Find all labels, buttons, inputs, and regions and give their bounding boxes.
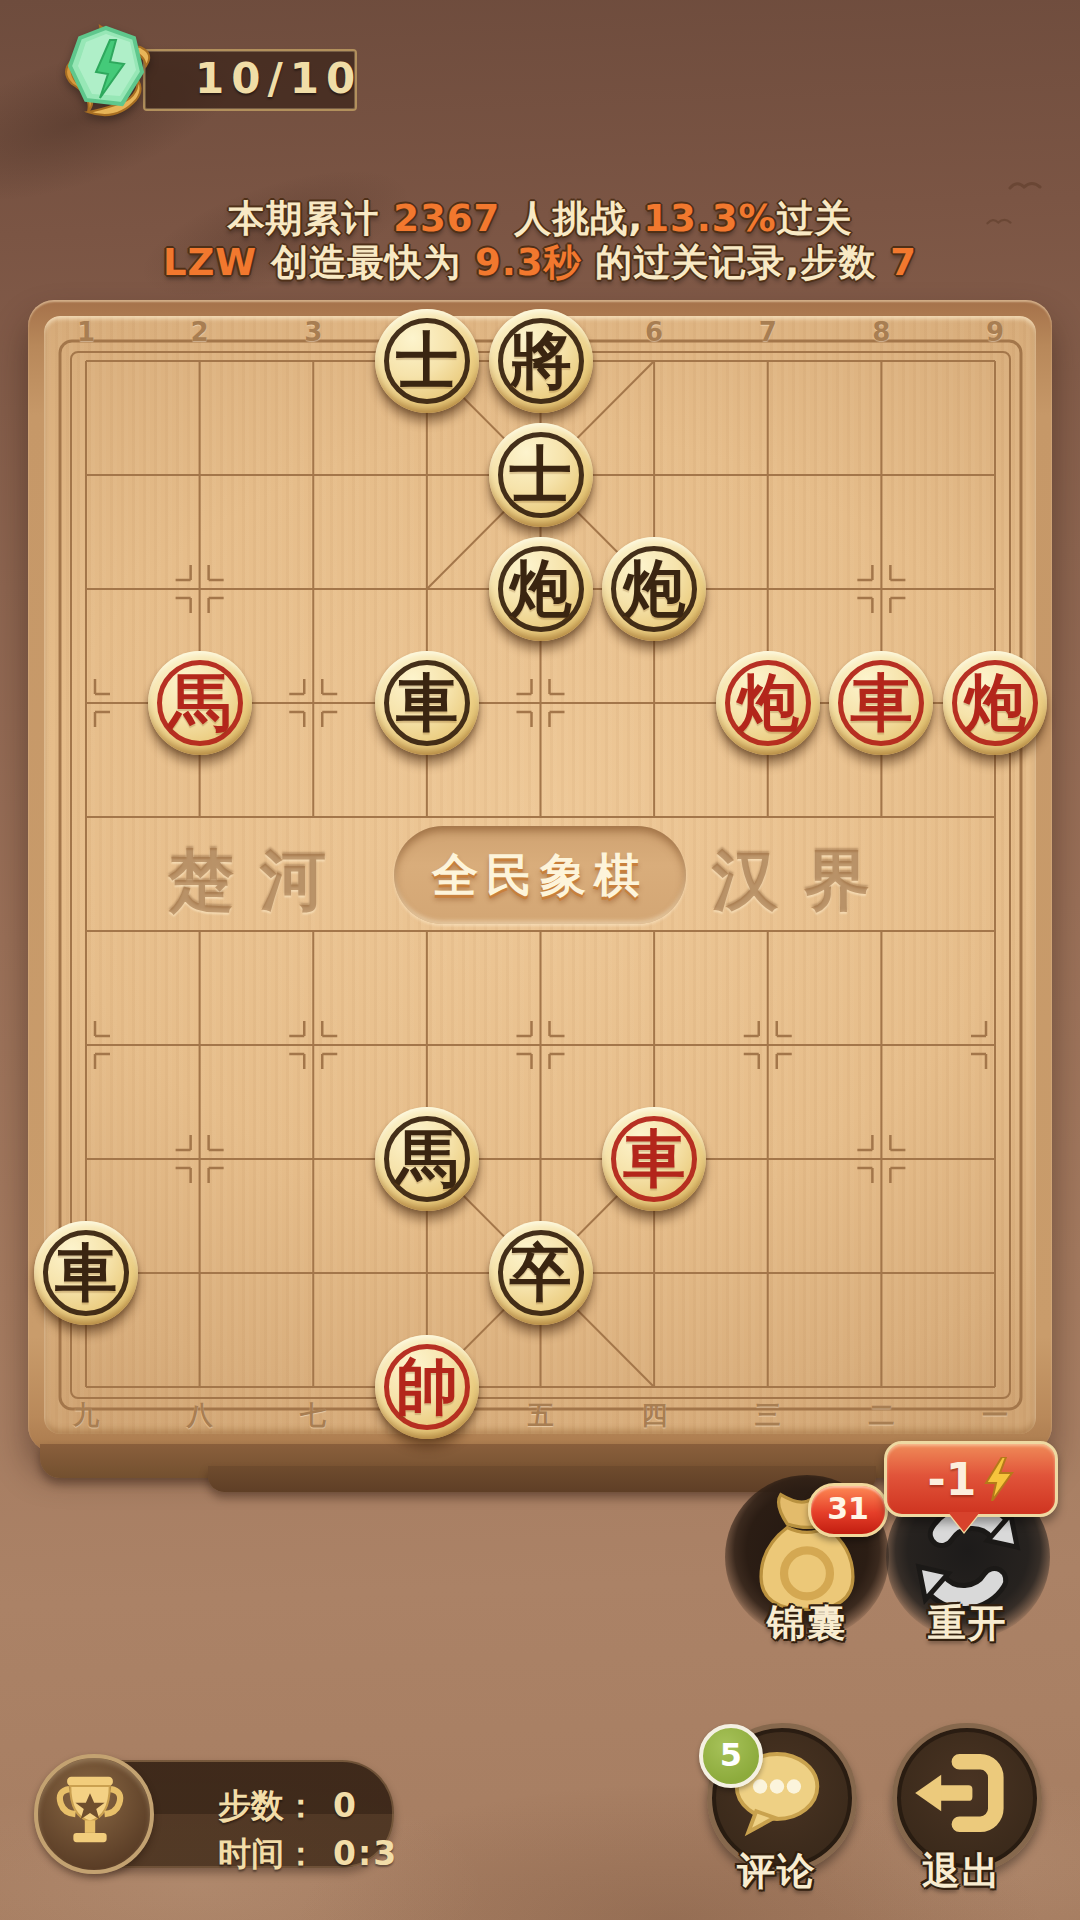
- piece-glyph: 炮: [737, 672, 799, 734]
- tooltip-pointer: [948, 1512, 980, 1532]
- file-label-top: 9: [986, 317, 1004, 347]
- stat-segment: 的过关记录,步数: [581, 241, 890, 284]
- restart-button-label: 重开: [868, 1598, 1068, 1649]
- piece-red-炮[interactable]: 炮: [943, 651, 1047, 755]
- file-label-bottom: 四: [641, 1398, 667, 1433]
- game-screen: 10/10 本期累计 2367 人挑战,13.3%过关 LZW 创造最快为 9.…: [0, 0, 1080, 1920]
- time-label: 时间：: [218, 1834, 317, 1873]
- piece-glyph: 馬: [169, 672, 231, 734]
- steps-value: 0: [333, 1786, 358, 1825]
- exit-door-icon: [897, 1728, 1027, 1858]
- piece-red-帥[interactable]: 帥: [375, 1335, 479, 1439]
- steps-label: 步数：: [218, 1786, 317, 1825]
- piece-glyph: 將: [510, 330, 572, 392]
- stat-segment: LZW: [163, 241, 257, 284]
- piece-glyph: 士: [396, 330, 458, 392]
- comment-badge: 5: [699, 1724, 763, 1788]
- stat-segment: 本期累计: [227, 197, 393, 240]
- river-label-left: 楚河: [168, 836, 352, 926]
- piece-red-車[interactable]: 車: [829, 651, 933, 755]
- file-label-top: 2: [191, 317, 209, 347]
- bird-decor-icon: [1008, 178, 1042, 192]
- hint-badge: 31: [808, 1483, 888, 1537]
- energy-gem-icon: [58, 22, 158, 122]
- stat-segment: 人挑战,: [500, 197, 643, 240]
- app-title-plaque: 全民象棋: [394, 826, 686, 924]
- file-label-top: 8: [872, 317, 890, 347]
- piece-glyph: 士: [510, 444, 572, 506]
- restart-cost-tooltip: -1: [884, 1441, 1058, 1517]
- piece-red-馬[interactable]: 馬: [148, 651, 252, 755]
- time-value: 0:3: [333, 1834, 398, 1873]
- steps-stat: 步数：0: [218, 1784, 438, 1829]
- piece-black-車[interactable]: 車: [375, 651, 479, 755]
- piece-black-將[interactable]: 將: [489, 309, 593, 413]
- file-label-top: 7: [759, 317, 777, 347]
- piece-black-士[interactable]: 士: [489, 423, 593, 527]
- piece-red-炮[interactable]: 炮: [716, 651, 820, 755]
- comment-button-label: 评论: [677, 1846, 877, 1897]
- file-label-top: 1: [77, 317, 95, 347]
- file-label-bottom: 七: [300, 1398, 326, 1433]
- stat-segment: 7: [890, 241, 917, 284]
- challenge-stats-line: 本期累计 2367 人挑战,13.3%过关: [0, 194, 1080, 244]
- piece-glyph: 車: [850, 672, 912, 734]
- trophy-icon: [38, 1758, 142, 1862]
- record-stats-line: LZW 创造最快为 9.3秒 的过关记录,步数 7: [0, 238, 1080, 288]
- energy-bar: 10/10: [143, 49, 357, 111]
- piece-glyph: 炮: [623, 558, 685, 620]
- file-label-bottom: 五: [528, 1398, 554, 1433]
- energy-count: 10/10: [195, 51, 355, 109]
- restart-cost-value: -1: [928, 1454, 977, 1505]
- file-label-top: 6: [645, 317, 663, 347]
- piece-black-卒[interactable]: 卒: [489, 1221, 593, 1325]
- piece-glyph: 車: [623, 1128, 685, 1190]
- piece-black-士[interactable]: 士: [375, 309, 479, 413]
- time-stat: 时间：0:3: [218, 1832, 438, 1877]
- lightning-bolt-icon: [984, 1457, 1014, 1501]
- file-label-bottom: 二: [868, 1398, 894, 1433]
- piece-red-車[interactable]: 車: [602, 1107, 706, 1211]
- piece-black-炮[interactable]: 炮: [602, 537, 706, 641]
- piece-glyph: 卒: [510, 1242, 572, 1304]
- exit-button-label: 退出: [862, 1846, 1062, 1897]
- trophy-circle: [34, 1754, 154, 1874]
- piece-glyph: 帥: [396, 1356, 458, 1418]
- stat-segment: 创造最快为: [257, 241, 475, 284]
- piece-black-炮[interactable]: 炮: [489, 537, 593, 641]
- piece-glyph: 炮: [510, 558, 572, 620]
- piece-glyph: 車: [396, 672, 458, 734]
- piece-black-馬[interactable]: 馬: [375, 1107, 479, 1211]
- piece-black-車[interactable]: 車: [34, 1221, 138, 1325]
- file-label-top: 3: [304, 317, 322, 347]
- piece-glyph: 車: [55, 1242, 117, 1304]
- file-label-bottom: 一: [982, 1398, 1008, 1433]
- stat-segment: 过关: [777, 197, 853, 240]
- stat-segment: 9.3秒: [475, 241, 582, 284]
- piece-glyph: 炮: [964, 672, 1026, 734]
- file-label-bottom: 八: [187, 1398, 213, 1433]
- piece-glyph: 馬: [396, 1128, 458, 1190]
- file-label-bottom: 三: [755, 1398, 781, 1433]
- stat-segment: 2367: [393, 197, 500, 240]
- file-label-bottom: 九: [73, 1398, 99, 1433]
- stat-segment: 13.3%: [643, 197, 776, 240]
- river-label-right: 汉界: [712, 836, 896, 926]
